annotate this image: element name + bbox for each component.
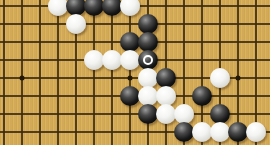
board-point[interactable]	[175, 123, 193, 141]
white-stone[interactable]	[138, 86, 158, 106]
board-point[interactable]	[121, 87, 139, 105]
white-stone[interactable]	[192, 122, 212, 142]
board-point[interactable]	[139, 15, 157, 33]
black-stone[interactable]	[138, 104, 158, 124]
white-stone[interactable]	[246, 122, 266, 142]
board-point[interactable]	[139, 87, 157, 105]
board-point[interactable]	[211, 123, 229, 141]
board-point[interactable]	[193, 87, 211, 105]
white-stone[interactable]	[174, 104, 194, 124]
black-stone[interactable]	[174, 122, 194, 142]
board-point[interactable]	[211, 105, 229, 123]
black-stone[interactable]	[156, 68, 176, 88]
black-stone[interactable]	[120, 32, 140, 52]
white-stone[interactable]	[102, 50, 122, 70]
black-stone[interactable]	[138, 50, 158, 70]
white-stone[interactable]	[66, 14, 86, 34]
white-stone[interactable]	[138, 68, 158, 88]
white-stone[interactable]	[48, 0, 68, 16]
board-point[interactable]	[67, 15, 85, 33]
white-stone[interactable]	[156, 86, 176, 106]
black-stone[interactable]	[228, 122, 248, 142]
last-move-marker	[143, 55, 153, 65]
board-point[interactable]	[157, 105, 175, 123]
white-stone[interactable]	[210, 122, 230, 142]
board-point[interactable]	[139, 69, 157, 87]
black-stone[interactable]	[192, 86, 212, 106]
board-point[interactable]	[103, 0, 121, 15]
board-point[interactable]	[193, 123, 211, 141]
board-point[interactable]	[139, 105, 157, 123]
board-point[interactable]	[85, 0, 103, 15]
board-point[interactable]	[121, 51, 139, 69]
board-point[interactable]	[49, 0, 67, 15]
board-point[interactable]	[211, 69, 229, 87]
board-point[interactable]	[139, 51, 157, 69]
black-stone[interactable]	[210, 104, 230, 124]
black-stone[interactable]	[138, 14, 158, 34]
board-point[interactable]	[175, 105, 193, 123]
board-point[interactable]	[157, 69, 175, 87]
white-stone[interactable]	[156, 104, 176, 124]
white-stone[interactable]	[120, 0, 140, 16]
board-point[interactable]	[67, 0, 85, 15]
stones-layer	[0, 0, 265, 141]
white-stone[interactable]	[210, 68, 230, 88]
board-point[interactable]	[85, 51, 103, 69]
go-board[interactable]	[0, 0, 270, 145]
board-point[interactable]	[157, 87, 175, 105]
black-stone[interactable]	[120, 86, 140, 106]
board-point[interactable]	[121, 33, 139, 51]
board-point[interactable]	[103, 51, 121, 69]
black-stone[interactable]	[84, 0, 104, 16]
white-stone[interactable]	[84, 50, 104, 70]
black-stone[interactable]	[102, 0, 122, 16]
board-point[interactable]	[247, 123, 265, 141]
board-point[interactable]	[121, 0, 139, 15]
black-stone[interactable]	[138, 32, 158, 52]
white-stone[interactable]	[120, 50, 140, 70]
board-point[interactable]	[139, 33, 157, 51]
board-point[interactable]	[229, 123, 247, 141]
